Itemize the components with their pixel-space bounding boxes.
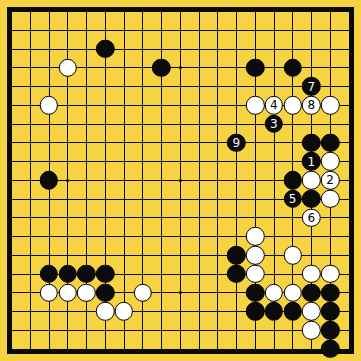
intersection[interactable] bbox=[340, 227, 359, 246]
intersection[interactable] bbox=[21, 115, 40, 134]
intersection[interactable] bbox=[96, 96, 115, 115]
intersection[interactable] bbox=[321, 77, 340, 96]
intersection[interactable] bbox=[58, 115, 77, 134]
intersection[interactable] bbox=[190, 265, 209, 284]
intersection[interactable] bbox=[246, 227, 265, 246]
intersection[interactable] bbox=[152, 283, 171, 302]
intersection[interactable] bbox=[321, 133, 340, 152]
intersection[interactable] bbox=[40, 40, 59, 59]
intersection[interactable] bbox=[171, 190, 190, 209]
intersection[interactable] bbox=[246, 77, 265, 96]
intersection[interactable] bbox=[340, 283, 359, 302]
intersection[interactable] bbox=[2, 152, 21, 171]
intersection[interactable] bbox=[115, 340, 134, 359]
intersection[interactable] bbox=[58, 283, 77, 302]
intersection[interactable] bbox=[208, 21, 227, 40]
intersection[interactable]: 5 bbox=[283, 190, 302, 209]
intersection[interactable] bbox=[208, 227, 227, 246]
intersection[interactable] bbox=[321, 58, 340, 77]
intersection[interactable] bbox=[321, 96, 340, 115]
intersection[interactable] bbox=[77, 302, 96, 321]
intersection[interactable] bbox=[21, 302, 40, 321]
intersection[interactable] bbox=[77, 115, 96, 134]
intersection[interactable] bbox=[171, 208, 190, 227]
intersection[interactable] bbox=[115, 115, 134, 134]
intersection[interactable] bbox=[265, 208, 284, 227]
intersection[interactable] bbox=[171, 115, 190, 134]
intersection[interactable] bbox=[21, 265, 40, 284]
intersection[interactable] bbox=[2, 227, 21, 246]
intersection[interactable] bbox=[40, 171, 59, 190]
intersection[interactable] bbox=[190, 40, 209, 59]
intersection[interactable] bbox=[283, 115, 302, 134]
intersection[interactable] bbox=[302, 302, 321, 321]
intersection[interactable] bbox=[171, 302, 190, 321]
intersection[interactable] bbox=[265, 340, 284, 359]
intersection[interactable] bbox=[133, 133, 152, 152]
intersection[interactable] bbox=[246, 152, 265, 171]
intersection[interactable] bbox=[283, 321, 302, 340]
intersection[interactable] bbox=[227, 96, 246, 115]
intersection[interactable] bbox=[265, 227, 284, 246]
intersection[interactable] bbox=[171, 96, 190, 115]
intersection[interactable] bbox=[208, 246, 227, 265]
intersection[interactable] bbox=[283, 77, 302, 96]
intersection[interactable]: 1 bbox=[302, 152, 321, 171]
intersection[interactable] bbox=[321, 115, 340, 134]
intersection[interactable] bbox=[265, 40, 284, 59]
intersection[interactable] bbox=[21, 190, 40, 209]
intersection[interactable] bbox=[58, 208, 77, 227]
intersection[interactable] bbox=[58, 77, 77, 96]
intersection[interactable] bbox=[152, 227, 171, 246]
intersection[interactable] bbox=[246, 246, 265, 265]
intersection[interactable] bbox=[283, 302, 302, 321]
intersection[interactable] bbox=[171, 133, 190, 152]
intersection[interactable] bbox=[208, 133, 227, 152]
intersection[interactable] bbox=[321, 40, 340, 59]
intersection[interactable] bbox=[321, 283, 340, 302]
intersection[interactable] bbox=[265, 171, 284, 190]
intersection[interactable] bbox=[190, 208, 209, 227]
intersection[interactable] bbox=[227, 77, 246, 96]
intersection[interactable] bbox=[21, 2, 40, 21]
intersection[interactable] bbox=[77, 208, 96, 227]
intersection[interactable] bbox=[171, 58, 190, 77]
intersection[interactable] bbox=[2, 58, 21, 77]
intersection[interactable] bbox=[190, 340, 209, 359]
intersection[interactable]: 9 bbox=[227, 133, 246, 152]
intersection[interactable] bbox=[77, 2, 96, 21]
intersection[interactable] bbox=[152, 265, 171, 284]
intersection[interactable] bbox=[133, 40, 152, 59]
intersection[interactable] bbox=[115, 302, 134, 321]
intersection[interactable] bbox=[77, 171, 96, 190]
intersection[interactable] bbox=[58, 340, 77, 359]
intersection[interactable] bbox=[133, 340, 152, 359]
intersection[interactable] bbox=[77, 340, 96, 359]
intersection[interactable] bbox=[283, 40, 302, 59]
intersection[interactable] bbox=[283, 208, 302, 227]
intersection[interactable] bbox=[96, 171, 115, 190]
intersection[interactable] bbox=[40, 152, 59, 171]
intersection[interactable] bbox=[96, 21, 115, 40]
intersection[interactable] bbox=[77, 21, 96, 40]
intersection[interactable] bbox=[321, 340, 340, 359]
intersection[interactable] bbox=[133, 302, 152, 321]
intersection[interactable] bbox=[21, 152, 40, 171]
intersection[interactable] bbox=[227, 190, 246, 209]
intersection[interactable] bbox=[2, 283, 21, 302]
intersection[interactable] bbox=[152, 302, 171, 321]
intersection[interactable] bbox=[340, 302, 359, 321]
intersection[interactable] bbox=[77, 96, 96, 115]
intersection[interactable] bbox=[58, 190, 77, 209]
intersection[interactable] bbox=[21, 96, 40, 115]
intersection[interactable] bbox=[340, 133, 359, 152]
intersection[interactable] bbox=[227, 2, 246, 21]
intersection[interactable] bbox=[133, 2, 152, 21]
intersection[interactable] bbox=[21, 227, 40, 246]
intersection[interactable] bbox=[77, 40, 96, 59]
intersection[interactable] bbox=[21, 40, 40, 59]
intersection[interactable] bbox=[115, 190, 134, 209]
intersection[interactable] bbox=[227, 40, 246, 59]
intersection[interactable] bbox=[190, 133, 209, 152]
intersection[interactable] bbox=[58, 58, 77, 77]
intersection[interactable] bbox=[152, 246, 171, 265]
intersection[interactable] bbox=[21, 246, 40, 265]
intersection[interactable] bbox=[58, 96, 77, 115]
intersection[interactable] bbox=[340, 340, 359, 359]
intersection[interactable] bbox=[77, 133, 96, 152]
intersection[interactable] bbox=[321, 265, 340, 284]
intersection[interactable] bbox=[190, 302, 209, 321]
intersection[interactable] bbox=[265, 152, 284, 171]
intersection[interactable] bbox=[40, 115, 59, 134]
intersection[interactable] bbox=[115, 21, 134, 40]
intersection[interactable] bbox=[58, 40, 77, 59]
intersection[interactable] bbox=[40, 190, 59, 209]
intersection[interactable] bbox=[21, 340, 40, 359]
intersection[interactable] bbox=[190, 227, 209, 246]
intersection[interactable] bbox=[152, 40, 171, 59]
intersection[interactable] bbox=[208, 96, 227, 115]
intersection[interactable] bbox=[208, 190, 227, 209]
intersection[interactable] bbox=[96, 77, 115, 96]
intersection[interactable] bbox=[77, 246, 96, 265]
intersection[interactable] bbox=[321, 152, 340, 171]
intersection[interactable] bbox=[40, 133, 59, 152]
intersection[interactable] bbox=[321, 302, 340, 321]
intersection[interactable] bbox=[21, 21, 40, 40]
intersection[interactable] bbox=[152, 58, 171, 77]
intersection[interactable] bbox=[265, 21, 284, 40]
intersection[interactable] bbox=[77, 227, 96, 246]
intersection[interactable] bbox=[227, 246, 246, 265]
intersection[interactable] bbox=[208, 171, 227, 190]
intersection[interactable] bbox=[2, 21, 21, 40]
intersection[interactable] bbox=[171, 40, 190, 59]
intersection[interactable] bbox=[40, 21, 59, 40]
intersection[interactable] bbox=[171, 77, 190, 96]
intersection[interactable] bbox=[208, 265, 227, 284]
intersection[interactable] bbox=[152, 115, 171, 134]
intersection[interactable] bbox=[96, 265, 115, 284]
intersection[interactable]: 8 bbox=[302, 96, 321, 115]
intersection[interactable] bbox=[58, 321, 77, 340]
intersection[interactable] bbox=[2, 321, 21, 340]
intersection[interactable] bbox=[283, 340, 302, 359]
intersection[interactable] bbox=[227, 21, 246, 40]
intersection[interactable] bbox=[115, 227, 134, 246]
intersection[interactable] bbox=[265, 190, 284, 209]
intersection[interactable] bbox=[115, 152, 134, 171]
intersection[interactable] bbox=[283, 133, 302, 152]
intersection[interactable] bbox=[40, 246, 59, 265]
intersection[interactable] bbox=[190, 246, 209, 265]
intersection[interactable] bbox=[133, 152, 152, 171]
intersection[interactable] bbox=[133, 227, 152, 246]
intersection[interactable] bbox=[96, 115, 115, 134]
intersection[interactable] bbox=[96, 40, 115, 59]
intersection[interactable] bbox=[171, 246, 190, 265]
intersection[interactable] bbox=[133, 265, 152, 284]
intersection[interactable] bbox=[152, 96, 171, 115]
intersection[interactable] bbox=[283, 152, 302, 171]
intersection[interactable] bbox=[171, 152, 190, 171]
intersection[interactable] bbox=[58, 227, 77, 246]
intersection[interactable] bbox=[246, 190, 265, 209]
intersection[interactable] bbox=[115, 283, 134, 302]
intersection[interactable] bbox=[152, 190, 171, 209]
intersection[interactable] bbox=[40, 227, 59, 246]
intersection[interactable] bbox=[58, 302, 77, 321]
intersection[interactable] bbox=[227, 265, 246, 284]
intersection[interactable] bbox=[208, 152, 227, 171]
intersection[interactable] bbox=[246, 321, 265, 340]
intersection[interactable] bbox=[171, 21, 190, 40]
intersection[interactable] bbox=[171, 2, 190, 21]
intersection[interactable] bbox=[246, 340, 265, 359]
intersection[interactable] bbox=[133, 171, 152, 190]
intersection[interactable] bbox=[283, 227, 302, 246]
intersection[interactable] bbox=[152, 208, 171, 227]
intersection[interactable] bbox=[58, 152, 77, 171]
intersection[interactable] bbox=[40, 96, 59, 115]
intersection[interactable] bbox=[40, 302, 59, 321]
intersection[interactable] bbox=[208, 321, 227, 340]
intersection[interactable] bbox=[265, 321, 284, 340]
intersection[interactable] bbox=[2, 265, 21, 284]
intersection[interactable] bbox=[227, 321, 246, 340]
intersection[interactable] bbox=[40, 321, 59, 340]
intersection[interactable] bbox=[283, 265, 302, 284]
intersection[interactable] bbox=[133, 190, 152, 209]
intersection[interactable] bbox=[133, 96, 152, 115]
intersection[interactable] bbox=[227, 227, 246, 246]
intersection[interactable] bbox=[302, 58, 321, 77]
intersection[interactable] bbox=[246, 265, 265, 284]
intersection[interactable] bbox=[340, 96, 359, 115]
intersection[interactable] bbox=[340, 2, 359, 21]
intersection[interactable] bbox=[246, 96, 265, 115]
intersection[interactable] bbox=[265, 246, 284, 265]
intersection[interactable] bbox=[227, 208, 246, 227]
intersection[interactable] bbox=[265, 77, 284, 96]
intersection[interactable] bbox=[283, 58, 302, 77]
intersection[interactable] bbox=[40, 340, 59, 359]
intersection[interactable] bbox=[340, 208, 359, 227]
intersection[interactable] bbox=[96, 321, 115, 340]
intersection[interactable] bbox=[133, 21, 152, 40]
intersection[interactable] bbox=[77, 265, 96, 284]
intersection[interactable] bbox=[115, 58, 134, 77]
intersection[interactable] bbox=[190, 2, 209, 21]
intersection[interactable] bbox=[246, 283, 265, 302]
intersection[interactable] bbox=[77, 58, 96, 77]
intersection[interactable] bbox=[283, 283, 302, 302]
intersection[interactable] bbox=[302, 227, 321, 246]
intersection[interactable] bbox=[21, 58, 40, 77]
intersection[interactable] bbox=[302, 2, 321, 21]
intersection[interactable] bbox=[77, 190, 96, 209]
intersection[interactable] bbox=[227, 58, 246, 77]
intersection[interactable] bbox=[321, 21, 340, 40]
intersection[interactable] bbox=[321, 2, 340, 21]
intersection[interactable] bbox=[133, 58, 152, 77]
intersection[interactable] bbox=[283, 2, 302, 21]
intersection[interactable] bbox=[208, 77, 227, 96]
intersection[interactable] bbox=[302, 340, 321, 359]
intersection[interactable] bbox=[340, 40, 359, 59]
intersection[interactable] bbox=[152, 152, 171, 171]
intersection[interactable] bbox=[152, 321, 171, 340]
intersection[interactable] bbox=[58, 21, 77, 40]
intersection[interactable] bbox=[96, 208, 115, 227]
intersection[interactable] bbox=[190, 96, 209, 115]
intersection[interactable] bbox=[77, 321, 96, 340]
intersection[interactable] bbox=[283, 96, 302, 115]
intersection[interactable] bbox=[246, 40, 265, 59]
intersection[interactable] bbox=[171, 265, 190, 284]
intersection[interactable] bbox=[2, 208, 21, 227]
intersection[interactable] bbox=[115, 171, 134, 190]
intersection[interactable] bbox=[340, 190, 359, 209]
intersection[interactable] bbox=[208, 302, 227, 321]
intersection[interactable] bbox=[152, 21, 171, 40]
intersection[interactable] bbox=[302, 283, 321, 302]
intersection[interactable]: 4 bbox=[265, 96, 284, 115]
intersection[interactable] bbox=[321, 190, 340, 209]
intersection[interactable] bbox=[190, 190, 209, 209]
intersection[interactable] bbox=[340, 171, 359, 190]
intersection[interactable] bbox=[340, 58, 359, 77]
intersection[interactable] bbox=[321, 246, 340, 265]
intersection[interactable] bbox=[152, 171, 171, 190]
intersection[interactable] bbox=[21, 321, 40, 340]
intersection[interactable]: 6 bbox=[302, 208, 321, 227]
intersection[interactable] bbox=[2, 190, 21, 209]
intersection[interactable] bbox=[190, 21, 209, 40]
intersection[interactable] bbox=[2, 133, 21, 152]
intersection[interactable] bbox=[190, 115, 209, 134]
intersection[interactable] bbox=[2, 77, 21, 96]
intersection[interactable] bbox=[340, 152, 359, 171]
intersection[interactable] bbox=[246, 115, 265, 134]
intersection[interactable] bbox=[40, 208, 59, 227]
intersection[interactable]: 2 bbox=[321, 171, 340, 190]
intersection[interactable] bbox=[115, 96, 134, 115]
intersection[interactable] bbox=[115, 265, 134, 284]
intersection[interactable] bbox=[302, 321, 321, 340]
intersection[interactable] bbox=[21, 283, 40, 302]
intersection[interactable] bbox=[133, 208, 152, 227]
intersection[interactable] bbox=[96, 2, 115, 21]
intersection[interactable] bbox=[40, 265, 59, 284]
intersection[interactable] bbox=[115, 133, 134, 152]
intersection[interactable] bbox=[133, 246, 152, 265]
intersection[interactable] bbox=[152, 340, 171, 359]
intersection[interactable] bbox=[302, 115, 321, 134]
intersection[interactable] bbox=[208, 58, 227, 77]
intersection[interactable] bbox=[58, 2, 77, 21]
intersection[interactable] bbox=[133, 321, 152, 340]
intersection[interactable] bbox=[265, 2, 284, 21]
intersection[interactable] bbox=[190, 58, 209, 77]
intersection[interactable] bbox=[115, 321, 134, 340]
intersection[interactable] bbox=[283, 246, 302, 265]
intersection[interactable] bbox=[340, 246, 359, 265]
intersection[interactable] bbox=[133, 283, 152, 302]
intersection[interactable] bbox=[246, 208, 265, 227]
intersection[interactable] bbox=[2, 96, 21, 115]
intersection[interactable] bbox=[227, 171, 246, 190]
intersection[interactable] bbox=[2, 2, 21, 21]
intersection[interactable] bbox=[246, 302, 265, 321]
intersection[interactable] bbox=[21, 171, 40, 190]
intersection[interactable] bbox=[190, 283, 209, 302]
intersection[interactable] bbox=[40, 58, 59, 77]
intersection[interactable] bbox=[171, 283, 190, 302]
intersection[interactable] bbox=[133, 77, 152, 96]
intersection[interactable] bbox=[246, 58, 265, 77]
intersection[interactable] bbox=[283, 21, 302, 40]
intersection[interactable] bbox=[302, 265, 321, 284]
intersection[interactable] bbox=[58, 265, 77, 284]
intersection[interactable] bbox=[283, 171, 302, 190]
intersection[interactable] bbox=[302, 40, 321, 59]
intersection[interactable] bbox=[58, 246, 77, 265]
intersection[interactable] bbox=[227, 340, 246, 359]
intersection[interactable] bbox=[208, 208, 227, 227]
intersection[interactable] bbox=[340, 321, 359, 340]
intersection[interactable] bbox=[171, 171, 190, 190]
intersection[interactable] bbox=[208, 283, 227, 302]
intersection[interactable] bbox=[302, 171, 321, 190]
intersection[interactable] bbox=[77, 77, 96, 96]
intersection[interactable] bbox=[190, 171, 209, 190]
intersection[interactable] bbox=[340, 265, 359, 284]
intersection[interactable] bbox=[208, 340, 227, 359]
intersection[interactable] bbox=[190, 152, 209, 171]
intersection[interactable] bbox=[265, 133, 284, 152]
intersection[interactable] bbox=[321, 321, 340, 340]
intersection[interactable] bbox=[96, 133, 115, 152]
intersection[interactable] bbox=[2, 40, 21, 59]
intersection[interactable] bbox=[265, 58, 284, 77]
intersection[interactable] bbox=[21, 77, 40, 96]
